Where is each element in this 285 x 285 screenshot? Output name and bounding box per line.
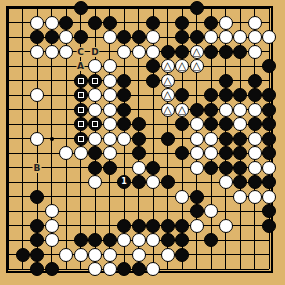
black-stone-15-7[interactable] bbox=[204, 88, 218, 102]
black-stone-15-4[interactable] bbox=[204, 45, 218, 59]
white-stone-3-2[interactable] bbox=[30, 16, 44, 30]
white-stone-3-4[interactable] bbox=[30, 45, 44, 59]
white-stone-12-8[interactable]: △ bbox=[161, 103, 175, 117]
white-stone-7-7[interactable] bbox=[88, 88, 102, 102]
black-stone-12-16[interactable] bbox=[161, 219, 175, 233]
black-stone-15-8[interactable] bbox=[204, 103, 218, 117]
white-stone-16-13[interactable] bbox=[219, 175, 233, 189]
white-stone-17-9[interactable] bbox=[233, 117, 247, 131]
white-stone-8-7[interactable] bbox=[103, 88, 117, 102]
white-stone-7-13[interactable] bbox=[88, 175, 102, 189]
black-stone-14-1[interactable] bbox=[190, 1, 204, 15]
white-stone-13-5[interactable]: △ bbox=[175, 59, 189, 73]
black-stone-8-12[interactable] bbox=[103, 161, 117, 175]
white-stone-17-8[interactable] bbox=[233, 103, 247, 117]
black-stone-9-8[interactable] bbox=[117, 103, 131, 117]
black-stone-7-6[interactable] bbox=[88, 74, 102, 88]
white-stone-5-4[interactable] bbox=[59, 45, 73, 59]
black-stone-11-6[interactable] bbox=[146, 74, 160, 88]
white-stone-14-16[interactable] bbox=[190, 219, 204, 233]
black-stone-6-3[interactable] bbox=[74, 30, 88, 44]
triangle-mark-icon: △ bbox=[163, 89, 171, 100]
black-stone-6-9[interactable] bbox=[74, 117, 88, 131]
black-stone-13-4[interactable] bbox=[175, 45, 189, 59]
white-stone-8-9[interactable] bbox=[103, 117, 117, 131]
black-stone-12-17[interactable] bbox=[161, 233, 175, 247]
black-stone-10-16[interactable] bbox=[132, 219, 146, 233]
black-stone-19-9[interactable] bbox=[262, 117, 276, 131]
black-stone-6-1[interactable] bbox=[74, 1, 88, 15]
square-mark-icon bbox=[78, 78, 84, 84]
point-label-D: D bbox=[90, 47, 99, 57]
black-stone-3-16[interactable] bbox=[30, 219, 44, 233]
white-stone-9-10[interactable] bbox=[117, 132, 131, 146]
black-stone-3-3[interactable] bbox=[30, 30, 44, 44]
white-stone-13-14[interactable] bbox=[175, 190, 189, 204]
black-stone-9-16[interactable] bbox=[117, 219, 131, 233]
white-stone-14-10[interactable] bbox=[190, 132, 204, 146]
black-stone-17-10[interactable] bbox=[233, 132, 247, 146]
black-stone-6-6[interactable] bbox=[74, 74, 88, 88]
black-stone-2-18[interactable] bbox=[16, 248, 30, 262]
white-stone-11-19[interactable] bbox=[146, 262, 160, 276]
white-stone-18-14[interactable] bbox=[248, 190, 262, 204]
black-stone-13-18[interactable] bbox=[175, 248, 189, 262]
white-stone-8-18[interactable] bbox=[103, 248, 117, 262]
square-mark-icon bbox=[92, 78, 98, 84]
black-stone-3-14[interactable] bbox=[30, 190, 44, 204]
black-stone-6-10[interactable] bbox=[74, 132, 88, 146]
black-stone-6-7[interactable] bbox=[74, 88, 88, 102]
white-stone-6-18[interactable] bbox=[74, 248, 88, 262]
black-stone-13-7[interactable] bbox=[175, 88, 189, 102]
triangle-mark-icon: △ bbox=[192, 46, 200, 57]
white-stone-11-4[interactable] bbox=[146, 45, 160, 59]
white-stone-7-19[interactable] bbox=[88, 262, 102, 276]
black-stone-13-3[interactable] bbox=[175, 30, 189, 44]
white-stone-16-2[interactable] bbox=[219, 16, 233, 30]
black-stone-13-17[interactable] bbox=[175, 233, 189, 247]
white-stone-4-2[interactable] bbox=[45, 16, 59, 30]
black-stone-7-9[interactable] bbox=[88, 117, 102, 131]
black-stone-19-16[interactable] bbox=[262, 219, 276, 233]
white-stone-18-10[interactable] bbox=[248, 132, 262, 146]
white-stone-9-17[interactable] bbox=[117, 233, 131, 247]
black-stone-17-12[interactable] bbox=[233, 161, 247, 175]
black-stone-9-3[interactable] bbox=[117, 30, 131, 44]
go-diagram: △△△△△△△△1CDAB bbox=[0, 0, 285, 285]
star-point bbox=[50, 137, 54, 141]
black-stone-17-11[interactable] bbox=[233, 146, 247, 160]
white-stone-12-7[interactable]: △ bbox=[161, 88, 175, 102]
black-stone-6-8[interactable] bbox=[74, 103, 88, 117]
black-stone-4-3[interactable] bbox=[45, 30, 59, 44]
white-stone-15-11[interactable] bbox=[204, 146, 218, 160]
white-stone-8-10[interactable] bbox=[103, 132, 117, 146]
black-stone-3-17[interactable] bbox=[30, 233, 44, 247]
black-stone-10-10[interactable] bbox=[132, 132, 146, 146]
white-stone-11-3[interactable] bbox=[146, 30, 160, 44]
white-stone-12-6[interactable]: △ bbox=[161, 74, 175, 88]
go-board[interactable]: △△△△△△△△1CDAB bbox=[0, 0, 285, 285]
square-mark-icon bbox=[78, 107, 84, 113]
white-stone-4-16[interactable] bbox=[45, 219, 59, 233]
black-stone-9-6[interactable] bbox=[117, 74, 131, 88]
white-stone-10-17[interactable] bbox=[132, 233, 146, 247]
black-stone-13-16[interactable] bbox=[175, 219, 189, 233]
black-stone-19-5[interactable] bbox=[262, 59, 276, 73]
black-stone-16-4[interactable] bbox=[219, 45, 233, 59]
white-stone-5-11[interactable] bbox=[59, 146, 73, 160]
black-stone-13-2[interactable] bbox=[175, 16, 189, 30]
black-stone-15-2[interactable] bbox=[204, 16, 218, 30]
point-label-A: A bbox=[76, 61, 85, 71]
black-stone-8-17[interactable] bbox=[103, 233, 117, 247]
black-stone-8-2[interactable] bbox=[103, 16, 117, 30]
white-stone-19-3[interactable] bbox=[262, 30, 276, 44]
white-stone-18-8[interactable] bbox=[248, 103, 262, 117]
black-stone-16-10[interactable] bbox=[219, 132, 233, 146]
white-stone-10-12[interactable] bbox=[132, 161, 146, 175]
black-stone-18-7[interactable] bbox=[248, 88, 262, 102]
black-stone-17-4[interactable] bbox=[233, 45, 247, 59]
square-mark-icon bbox=[78, 121, 84, 127]
black-stone-19-8[interactable] bbox=[262, 103, 276, 117]
black-stone-9-19[interactable] bbox=[117, 262, 131, 276]
white-stone-18-3[interactable] bbox=[248, 30, 262, 44]
black-stone-5-2[interactable] bbox=[59, 16, 73, 30]
white-stone-7-10[interactable] bbox=[88, 132, 102, 146]
black-stone-19-10[interactable] bbox=[262, 132, 276, 146]
black-stone-14-15[interactable] bbox=[190, 204, 204, 218]
black-stone-19-11[interactable] bbox=[262, 146, 276, 160]
square-mark-icon bbox=[78, 92, 84, 98]
white-stone-8-5[interactable] bbox=[103, 59, 117, 73]
black-stone-15-12[interactable] bbox=[204, 161, 218, 175]
white-stone-11-17[interactable] bbox=[146, 233, 160, 247]
black-stone-11-2[interactable] bbox=[146, 16, 160, 30]
square-mark-icon bbox=[78, 136, 84, 142]
black-stone-9-9[interactable] bbox=[117, 117, 131, 131]
white-stone-14-4[interactable]: △ bbox=[190, 45, 204, 59]
triangle-mark-icon: △ bbox=[178, 104, 186, 115]
white-stone-13-8[interactable]: △ bbox=[175, 103, 189, 117]
white-stone-15-15[interactable] bbox=[204, 204, 218, 218]
white-stone-14-5[interactable]: △ bbox=[190, 59, 204, 73]
white-stone-12-18[interactable] bbox=[161, 248, 175, 262]
black-stone-11-12[interactable] bbox=[146, 161, 160, 175]
white-stone-14-9[interactable] bbox=[190, 117, 204, 131]
triangle-mark-icon: △ bbox=[163, 75, 171, 86]
white-stone-18-4[interactable] bbox=[248, 45, 262, 59]
move-number-label: 1 bbox=[121, 178, 127, 186]
white-stone-10-18[interactable] bbox=[132, 248, 146, 262]
black-stone-16-12[interactable] bbox=[219, 161, 233, 175]
white-stone-8-8[interactable] bbox=[103, 103, 117, 117]
white-stone-8-3[interactable] bbox=[103, 30, 117, 44]
white-stone-5-3[interactable] bbox=[59, 30, 73, 44]
black-stone-11-16[interactable] bbox=[146, 219, 160, 233]
black-stone-12-10[interactable] bbox=[161, 132, 175, 146]
black-stone-18-9[interactable] bbox=[248, 117, 262, 131]
black-stone-16-11[interactable] bbox=[219, 146, 233, 160]
black-stone-9-13[interactable]: 1 bbox=[117, 175, 131, 189]
white-stone-6-11[interactable] bbox=[74, 146, 88, 160]
black-stone-13-9[interactable] bbox=[175, 117, 189, 131]
white-stone-16-16[interactable] bbox=[219, 219, 233, 233]
white-stone-3-10[interactable] bbox=[30, 132, 44, 146]
black-stone-19-13[interactable] bbox=[262, 175, 276, 189]
white-stone-4-4[interactable] bbox=[45, 45, 59, 59]
black-stone-15-17[interactable] bbox=[204, 233, 218, 247]
black-stone-16-6[interactable] bbox=[219, 74, 233, 88]
black-stone-17-7[interactable] bbox=[233, 88, 247, 102]
white-stone-19-12[interactable] bbox=[262, 161, 276, 175]
white-stone-19-14[interactable] bbox=[262, 190, 276, 204]
black-stone-18-6[interactable] bbox=[248, 74, 262, 88]
white-stone-15-10[interactable] bbox=[204, 132, 218, 146]
white-stone-5-18[interactable] bbox=[59, 248, 73, 262]
black-stone-7-12[interactable] bbox=[88, 161, 102, 175]
black-stone-11-5[interactable] bbox=[146, 59, 160, 73]
black-stone-15-9[interactable] bbox=[204, 117, 218, 131]
black-stone-7-11[interactable] bbox=[88, 146, 102, 160]
black-stone-10-11[interactable] bbox=[132, 146, 146, 160]
white-stone-16-8[interactable] bbox=[219, 103, 233, 117]
white-stone-17-14[interactable] bbox=[233, 190, 247, 204]
white-stone-14-12[interactable] bbox=[190, 161, 204, 175]
white-stone-10-4[interactable] bbox=[132, 45, 146, 59]
black-stone-6-17[interactable] bbox=[74, 233, 88, 247]
white-stone-14-11[interactable] bbox=[190, 146, 204, 160]
black-stone-12-13[interactable] bbox=[161, 175, 175, 189]
triangle-mark-icon: △ bbox=[192, 60, 200, 71]
white-stone-4-17[interactable] bbox=[45, 233, 59, 247]
point-label-C: C bbox=[76, 47, 85, 57]
black-stone-12-4[interactable] bbox=[161, 45, 175, 59]
white-stone-8-6[interactable] bbox=[103, 74, 117, 88]
white-stone-8-19[interactable] bbox=[103, 262, 117, 276]
white-stone-12-5[interactable]: △ bbox=[161, 59, 175, 73]
triangle-mark-icon: △ bbox=[163, 104, 171, 115]
black-stone-16-9[interactable] bbox=[219, 117, 233, 131]
white-stone-9-4[interactable] bbox=[117, 45, 131, 59]
black-stone-14-8[interactable] bbox=[190, 103, 204, 117]
black-stone-17-13[interactable] bbox=[233, 175, 247, 189]
black-stone-10-9[interactable] bbox=[132, 117, 146, 131]
black-stone-16-7[interactable] bbox=[219, 88, 233, 102]
black-stone-14-14[interactable] bbox=[190, 190, 204, 204]
triangle-mark-icon: △ bbox=[163, 60, 171, 71]
black-stone-18-13[interactable] bbox=[248, 175, 262, 189]
black-stone-7-2[interactable] bbox=[88, 16, 102, 30]
square-mark-icon bbox=[92, 121, 98, 127]
point-label-B: B bbox=[33, 163, 42, 173]
black-stone-10-3[interactable] bbox=[132, 30, 146, 44]
white-stone-17-3[interactable] bbox=[233, 30, 247, 44]
black-stone-19-15[interactable] bbox=[262, 204, 276, 218]
black-stone-13-11[interactable] bbox=[175, 146, 189, 160]
white-stone-15-3[interactable] bbox=[204, 30, 218, 44]
black-stone-3-18[interactable] bbox=[30, 248, 44, 262]
black-stone-3-19[interactable] bbox=[30, 262, 44, 276]
black-stone-14-3[interactable] bbox=[190, 30, 204, 44]
white-stone-18-2[interactable] bbox=[248, 16, 262, 30]
white-stone-8-11[interactable] bbox=[103, 146, 117, 160]
black-stone-9-7[interactable] bbox=[117, 88, 131, 102]
white-stone-11-13[interactable] bbox=[146, 175, 160, 189]
black-stone-10-13[interactable] bbox=[132, 175, 146, 189]
triangle-mark-icon: △ bbox=[178, 60, 186, 71]
white-stone-3-7[interactable] bbox=[30, 88, 44, 102]
white-stone-16-3[interactable] bbox=[219, 30, 233, 44]
white-stone-7-8[interactable] bbox=[88, 103, 102, 117]
black-stone-10-19[interactable] bbox=[132, 262, 146, 276]
white-stone-7-5[interactable] bbox=[88, 59, 102, 73]
black-stone-7-17[interactable] bbox=[88, 233, 102, 247]
white-stone-4-15[interactable] bbox=[45, 204, 59, 218]
black-stone-4-19[interactable] bbox=[45, 262, 59, 276]
white-stone-18-11[interactable] bbox=[248, 146, 262, 160]
white-stone-7-18[interactable] bbox=[88, 248, 102, 262]
black-stone-19-7[interactable] bbox=[262, 88, 276, 102]
white-stone-18-12[interactable] bbox=[248, 161, 262, 175]
